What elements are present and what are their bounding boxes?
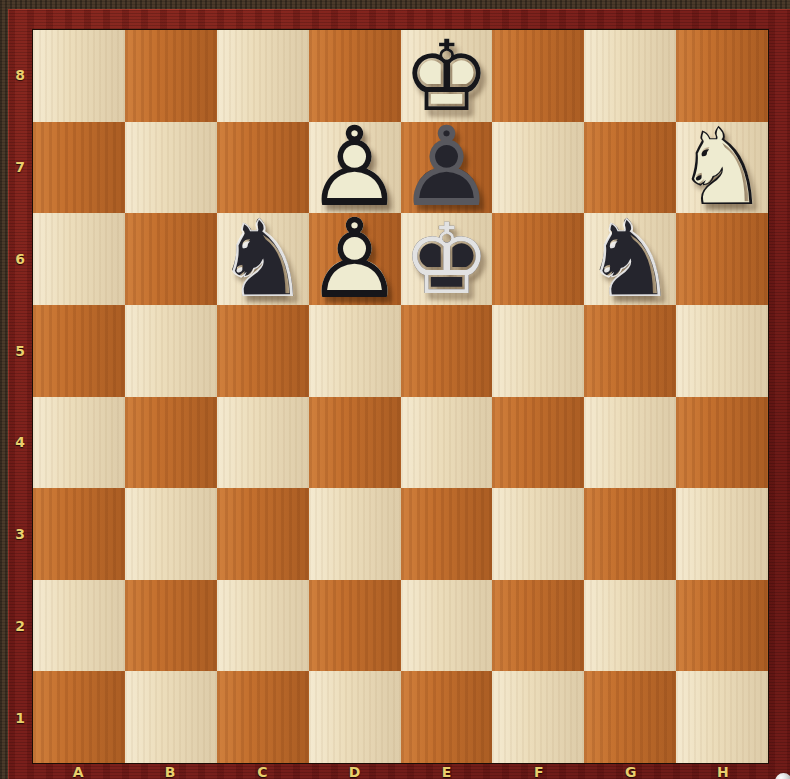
square-h3[interactable] (676, 488, 768, 580)
square-a2[interactable] (33, 580, 125, 672)
file-label-b: B (124, 764, 216, 779)
square-h1[interactable] (676, 671, 768, 763)
square-e1[interactable] (401, 671, 493, 763)
wooden-board-frame: 87654321 ♚♔♟♙♟♙♞♘♞♘♟♙♚♔♞♘ ABCDEFGH (8, 9, 790, 779)
square-g8[interactable] (584, 30, 676, 122)
rank-label-5: 5 (8, 305, 32, 397)
square-g3[interactable] (584, 488, 676, 580)
square-d2[interactable] (309, 580, 401, 672)
black-king-e6[interactable]: ♚♔ (401, 213, 493, 305)
square-a1[interactable] (33, 671, 125, 763)
rank-label-2: 2 (8, 580, 32, 672)
square-e2[interactable] (401, 580, 493, 672)
square-h2[interactable] (676, 580, 768, 672)
square-a3[interactable] (33, 488, 125, 580)
square-b2[interactable] (125, 580, 217, 672)
file-label-e: E (401, 764, 493, 779)
square-b7[interactable] (125, 122, 217, 214)
square-c1[interactable] (217, 671, 309, 763)
square-h6[interactable] (676, 213, 768, 305)
square-f7[interactable] (492, 122, 584, 214)
file-label-g: G (585, 764, 677, 779)
square-c2[interactable] (217, 580, 309, 672)
square-d6[interactable]: ♟♙ (309, 213, 401, 305)
rank-label-3: 3 (8, 488, 32, 580)
square-h5[interactable] (676, 305, 768, 397)
file-label-h: H (677, 764, 769, 779)
square-a8[interactable] (33, 30, 125, 122)
square-g1[interactable] (584, 671, 676, 763)
square-f1[interactable] (492, 671, 584, 763)
white-pawn-d6[interactable]: ♟♙ (309, 213, 401, 305)
square-g5[interactable] (584, 305, 676, 397)
rank-label-6: 6 (8, 213, 32, 305)
rank-labels: 87654321 (8, 29, 32, 764)
square-e7[interactable]: ♟♙ (401, 122, 493, 214)
square-f4[interactable] (492, 397, 584, 489)
knight-glyph-outline: ♘ (674, 114, 770, 221)
square-a5[interactable] (33, 305, 125, 397)
square-g2[interactable] (584, 580, 676, 672)
board-border: ♚♔♟♙♟♙♞♘♞♘♟♙♚♔♞♘ (32, 29, 769, 764)
square-b3[interactable] (125, 488, 217, 580)
file-label-d: D (308, 764, 400, 779)
square-c4[interactable] (217, 397, 309, 489)
square-b6[interactable] (125, 213, 217, 305)
square-a7[interactable] (33, 122, 125, 214)
pawn-glyph-outline: ♙ (305, 204, 404, 314)
side-to-move-indicator-ball (775, 773, 790, 779)
rank-label-7: 7 (8, 121, 32, 213)
square-b8[interactable] (125, 30, 217, 122)
square-f6[interactable] (492, 213, 584, 305)
file-label-a: A (32, 764, 124, 779)
king-glyph-outline: ♔ (403, 210, 491, 308)
white-knight-h7[interactable]: ♞♘ (676, 122, 768, 214)
square-a4[interactable] (33, 397, 125, 489)
square-a6[interactable] (33, 213, 125, 305)
square-e4[interactable] (401, 397, 493, 489)
square-g6[interactable]: ♞♘ (584, 213, 676, 305)
square-g4[interactable] (584, 397, 676, 489)
square-c8[interactable] (217, 30, 309, 122)
square-d4[interactable] (309, 397, 401, 489)
file-label-f: F (493, 764, 585, 779)
square-b1[interactable] (125, 671, 217, 763)
square-f8[interactable] (492, 30, 584, 122)
square-h7[interactable]: ♞♘ (676, 122, 768, 214)
rank-label-8: 8 (8, 29, 32, 121)
rank-label-1: 1 (8, 672, 32, 764)
square-e5[interactable] (401, 305, 493, 397)
square-c5[interactable] (217, 305, 309, 397)
file-label-c: C (216, 764, 308, 779)
black-pawn-e7[interactable]: ♟♙ (401, 122, 493, 214)
black-knight-g6[interactable]: ♞♘ (584, 213, 676, 305)
square-f5[interactable] (492, 305, 584, 397)
knight-glyph-outline: ♘ (215, 206, 311, 313)
square-f2[interactable] (492, 580, 584, 672)
knight-glyph-outline: ♘ (582, 206, 678, 313)
chess-board: ♚♔♟♙♟♙♞♘♞♘♟♙♚♔♞♘ (33, 30, 768, 763)
file-labels: ABCDEFGH (32, 764, 769, 779)
square-h4[interactable] (676, 397, 768, 489)
rank-label-4: 4 (8, 397, 32, 489)
square-d3[interactable] (309, 488, 401, 580)
square-b5[interactable] (125, 305, 217, 397)
square-f3[interactable] (492, 488, 584, 580)
square-d1[interactable] (309, 671, 401, 763)
square-c6[interactable]: ♞♘ (217, 213, 309, 305)
square-c3[interactable] (217, 488, 309, 580)
square-b4[interactable] (125, 397, 217, 489)
square-e3[interactable] (401, 488, 493, 580)
black-knight-c6[interactable]: ♞♘ (217, 213, 309, 305)
square-e6[interactable]: ♚♔ (401, 213, 493, 305)
square-d5[interactable] (309, 305, 401, 397)
